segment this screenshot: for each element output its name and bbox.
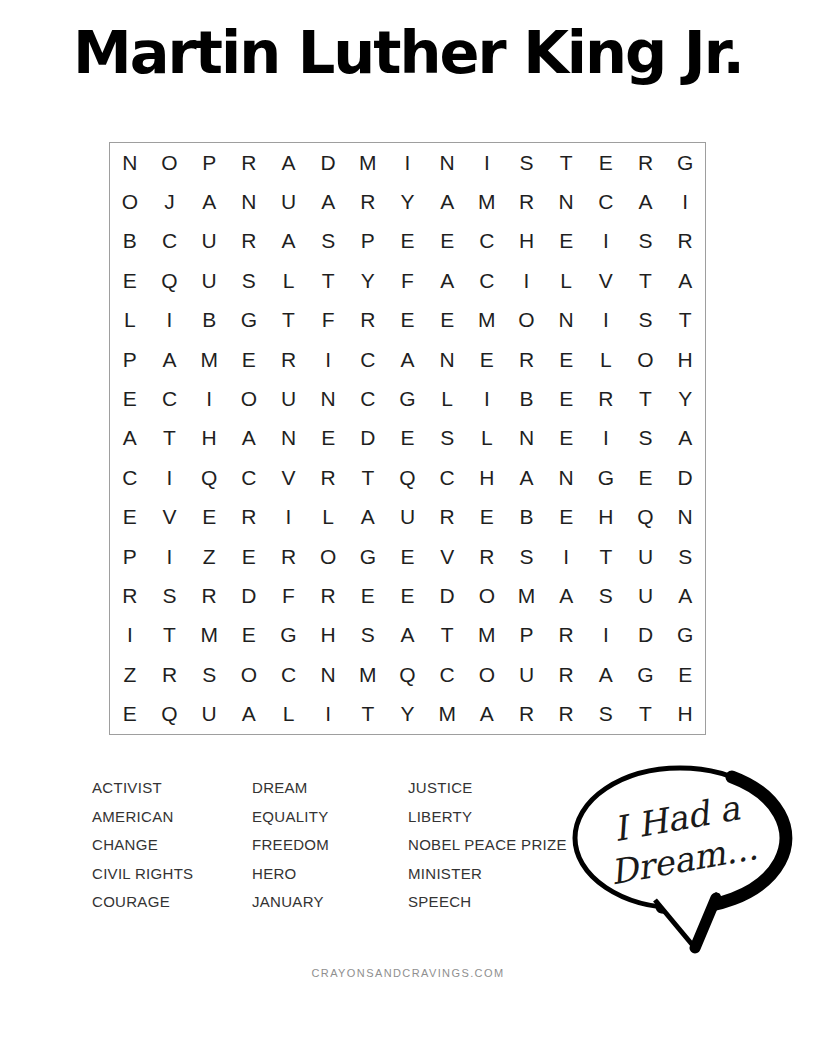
- grid-cell-r15c14[interactable]: T: [626, 695, 666, 734]
- grid-cell-r3c3[interactable]: U: [189, 222, 229, 261]
- grid-cell-r8c8[interactable]: E: [388, 419, 428, 458]
- grid-cell-r5c12[interactable]: N: [546, 301, 586, 340]
- grid-cell-r11c14[interactable]: U: [626, 537, 666, 576]
- grid-cell-r9c5[interactable]: V: [269, 458, 309, 497]
- grid-cell-r5c3[interactable]: B: [189, 301, 229, 340]
- grid-cell-r14c6[interactable]: N: [308, 655, 348, 694]
- grid-cell-r3c6[interactable]: S: [308, 222, 348, 261]
- grid-cell-r3c8[interactable]: E: [388, 222, 428, 261]
- grid-cell-r9c3[interactable]: Q: [189, 458, 229, 497]
- grid-cell-r12c1[interactable]: R: [110, 576, 150, 615]
- grid-cell-r13c15[interactable]: G: [665, 616, 705, 655]
- grid-cell-r6c3[interactable]: M: [189, 340, 229, 379]
- grid-cell-r13c8[interactable]: A: [388, 616, 428, 655]
- grid-cell-r5c8[interactable]: E: [388, 301, 428, 340]
- grid-cell-r6c9[interactable]: N: [427, 340, 467, 379]
- grid-cell-r4c1[interactable]: E: [110, 261, 150, 300]
- grid-cell-r13c14[interactable]: D: [626, 616, 666, 655]
- grid-cell-r10c9[interactable]: R: [427, 498, 467, 537]
- grid-cell-r13c4[interactable]: E: [229, 616, 269, 655]
- grid-cell-r3c11[interactable]: H: [507, 222, 547, 261]
- grid-cell-r7c12[interactable]: E: [546, 379, 586, 418]
- grid-cell-r15c10[interactable]: A: [467, 695, 507, 734]
- grid-cell-r15c11[interactable]: R: [507, 695, 547, 734]
- grid-cell-r14c5[interactable]: C: [269, 655, 309, 694]
- grid-cell-r7c2[interactable]: C: [150, 379, 190, 418]
- grid-cell-r11c1[interactable]: P: [110, 537, 150, 576]
- grid-cell-r8c10[interactable]: L: [467, 419, 507, 458]
- speech-bubble: I Had a Dream...: [552, 750, 816, 962]
- grid-cell-r3c4[interactable]: R: [229, 222, 269, 261]
- grid-cell-r6c7[interactable]: C: [348, 340, 388, 379]
- grid-cell-r7c7[interactable]: C: [348, 379, 388, 418]
- grid-cell-r1c1[interactable]: N: [110, 143, 150, 182]
- grid-cell-r4c6[interactable]: T: [308, 261, 348, 300]
- word-item: FREEDOM: [252, 836, 408, 865]
- grid-cell-r7c11[interactable]: B: [507, 379, 547, 418]
- word-item: JANUARY: [252, 893, 408, 922]
- grid-cell-r3c13[interactable]: I: [586, 222, 626, 261]
- grid-cell-r13c10[interactable]: M: [467, 616, 507, 655]
- grid-cell-r1c4[interactable]: R: [229, 143, 269, 182]
- grid-cell-r15c5[interactable]: L: [269, 695, 309, 734]
- grid-cell-r15c2[interactable]: Q: [150, 695, 190, 734]
- grid-cell-r10c8[interactable]: U: [388, 498, 428, 537]
- grid-cell-r15c9[interactable]: M: [427, 695, 467, 734]
- grid-cell-r1c13[interactable]: E: [586, 143, 626, 182]
- grid-cell-r12c11[interactable]: M: [507, 576, 547, 615]
- grid-cell-r4c5[interactable]: L: [269, 261, 309, 300]
- grid-cell-r7c1[interactable]: E: [110, 379, 150, 418]
- grid-cell-r4c13[interactable]: V: [586, 261, 626, 300]
- grid-cell-r6c8[interactable]: A: [388, 340, 428, 379]
- grid-cell-r1c15[interactable]: G: [665, 143, 705, 182]
- grid-cell-r14c10[interactable]: O: [467, 655, 507, 694]
- grid-cell-r1c2[interactable]: O: [150, 143, 190, 182]
- grid-cell-r11c12[interactable]: I: [546, 537, 586, 576]
- grid-cell-r12c6[interactable]: R: [308, 576, 348, 615]
- grid-cell-r14c11[interactable]: U: [507, 655, 547, 694]
- grid-cell-r8c9[interactable]: S: [427, 419, 467, 458]
- grid-cell-r8c11[interactable]: N: [507, 419, 547, 458]
- grid-cell-r12c10[interactable]: O: [467, 576, 507, 615]
- grid-cell-r7c14[interactable]: T: [626, 379, 666, 418]
- grid-cell-r6c15[interactable]: H: [665, 340, 705, 379]
- grid-cell-r14c12[interactable]: R: [546, 655, 586, 694]
- grid-cell-r2c8[interactable]: Y: [388, 182, 428, 221]
- grid-cell-r7c13[interactable]: R: [586, 379, 626, 418]
- grid-cell-r10c3[interactable]: E: [189, 498, 229, 537]
- grid-cell-r14c8[interactable]: Q: [388, 655, 428, 694]
- grid-cell-r15c3[interactable]: U: [189, 695, 229, 734]
- grid-cell-r14c3[interactable]: S: [189, 655, 229, 694]
- grid-cell-r1c11[interactable]: S: [507, 143, 547, 182]
- grid-cell-r2c11[interactable]: R: [507, 182, 547, 221]
- grid-cell-r9c14[interactable]: E: [626, 458, 666, 497]
- grid-cell-r11c6[interactable]: O: [308, 537, 348, 576]
- grid-cell-r2c2[interactable]: J: [150, 182, 190, 221]
- grid-cell-r14c7[interactable]: M: [348, 655, 388, 694]
- grid-cell-r2c10[interactable]: M: [467, 182, 507, 221]
- grid-cell-r4c15[interactable]: A: [665, 261, 705, 300]
- grid-cell-r1c8[interactable]: I: [388, 143, 428, 182]
- grid-cell-r15c13[interactable]: S: [586, 695, 626, 734]
- grid-cell-r13c13[interactable]: I: [586, 616, 626, 655]
- grid-cell-r5c14[interactable]: S: [626, 301, 666, 340]
- grid-cell-r2c7[interactable]: R: [348, 182, 388, 221]
- grid-cell-r3c9[interactable]: E: [427, 222, 467, 261]
- grid-cell-r1c3[interactable]: P: [189, 143, 229, 182]
- grid-cell-r5c4[interactable]: G: [229, 301, 269, 340]
- grid-cell-r6c2[interactable]: A: [150, 340, 190, 379]
- grid-cell-r7c5[interactable]: U: [269, 379, 309, 418]
- grid-cell-r7c3[interactable]: I: [189, 379, 229, 418]
- grid-cell-r1c14[interactable]: R: [626, 143, 666, 182]
- grid-cell-r13c12[interactable]: R: [546, 616, 586, 655]
- grid-cell-r8c1[interactable]: A: [110, 419, 150, 458]
- grid-cell-r2c15[interactable]: I: [665, 182, 705, 221]
- grid-cell-r11c8[interactable]: E: [388, 537, 428, 576]
- word-list-column-2: DREAMEQUALITYFREEDOMHEROJANUARY: [252, 779, 408, 922]
- grid-cell-r14c14[interactable]: G: [626, 655, 666, 694]
- grid-cell-r10c14[interactable]: Q: [626, 498, 666, 537]
- grid-cell-r10c4[interactable]: R: [229, 498, 269, 537]
- grid-cell-r14c9[interactable]: C: [427, 655, 467, 694]
- grid-cell-r12c15[interactable]: A: [665, 576, 705, 615]
- grid-cell-r11c9[interactable]: V: [427, 537, 467, 576]
- grid-cell-r13c9[interactable]: T: [427, 616, 467, 655]
- grid-cell-r9c9[interactable]: C: [427, 458, 467, 497]
- word-list-column-1: ACTIVISTAMERICANCHANGECIVIL RIGHTSCOURAG…: [92, 779, 252, 922]
- grid-cell-r10c11[interactable]: B: [507, 498, 547, 537]
- grid-cell-r2c5[interactable]: U: [269, 182, 309, 221]
- grid-cell-r4c8[interactable]: F: [388, 261, 428, 300]
- grid-cell-r3c1[interactable]: B: [110, 222, 150, 261]
- grid-cell-r11c7[interactable]: G: [348, 537, 388, 576]
- grid-cell-r11c15[interactable]: S: [665, 537, 705, 576]
- grid-cell-r12c8[interactable]: E: [388, 576, 428, 615]
- grid-cell-r3c12[interactable]: E: [546, 222, 586, 261]
- puzzle-title: Martin Luther King Jr.: [0, 18, 816, 87]
- grid-cell-r12c14[interactable]: U: [626, 576, 666, 615]
- grid-cell-r10c7[interactable]: A: [348, 498, 388, 537]
- grid-cell-r14c1[interactable]: Z: [110, 655, 150, 694]
- grid-cell-r8c7[interactable]: D: [348, 419, 388, 458]
- grid-cell-r6c5[interactable]: R: [269, 340, 309, 379]
- grid-cell-r6c12[interactable]: E: [546, 340, 586, 379]
- grid-cell-r3c2[interactable]: C: [150, 222, 190, 261]
- grid-cell-r8c5[interactable]: N: [269, 419, 309, 458]
- grid-cell-r11c4[interactable]: E: [229, 537, 269, 576]
- grid-cell-r15c6[interactable]: I: [308, 695, 348, 734]
- grid-cell-r7c15[interactable]: Y: [665, 379, 705, 418]
- word-item: CIVIL RIGHTS: [92, 865, 252, 894]
- grid-cell-r2c4[interactable]: N: [229, 182, 269, 221]
- grid-cell-r13c7[interactable]: S: [348, 616, 388, 655]
- word-item: COURAGE: [92, 893, 252, 922]
- grid-cell-r7c10[interactable]: I: [467, 379, 507, 418]
- grid-cell-r1c10[interactable]: I: [467, 143, 507, 182]
- grid-cell-r12c13[interactable]: S: [586, 576, 626, 615]
- grid-cell-r5c10[interactable]: M: [467, 301, 507, 340]
- grid-cell-r9c13[interactable]: G: [586, 458, 626, 497]
- word-item: HERO: [252, 865, 408, 894]
- grid-cell-r14c15[interactable]: E: [665, 655, 705, 694]
- grid-cell-r1c5[interactable]: A: [269, 143, 309, 182]
- grid-cell-r5c9[interactable]: E: [427, 301, 467, 340]
- grid-cell-r11c5[interactable]: R: [269, 537, 309, 576]
- grid-cell-r8c13[interactable]: I: [586, 419, 626, 458]
- grid-cell-r5c5[interactable]: T: [269, 301, 309, 340]
- grid-cell-r4c14[interactable]: T: [626, 261, 666, 300]
- grid-cell-r2c14[interactable]: A: [626, 182, 666, 221]
- grid-cell-r2c12[interactable]: N: [546, 182, 586, 221]
- grid-cell-r14c2[interactable]: R: [150, 655, 190, 694]
- grid-cell-r8c2[interactable]: T: [150, 419, 190, 458]
- grid-cell-r8c3[interactable]: H: [189, 419, 229, 458]
- grid-cell-r6c1[interactable]: P: [110, 340, 150, 379]
- grid-cell-r14c4[interactable]: O: [229, 655, 269, 694]
- grid-cell-r4c4[interactable]: S: [229, 261, 269, 300]
- grid-cell-r6c14[interactable]: O: [626, 340, 666, 379]
- grid-cell-r3c10[interactable]: C: [467, 222, 507, 261]
- grid-cell-r5c15[interactable]: T: [665, 301, 705, 340]
- grid-cell-r15c12[interactable]: R: [546, 695, 586, 734]
- grid-cell-r10c12[interactable]: E: [546, 498, 586, 537]
- grid-cell-r2c13[interactable]: C: [586, 182, 626, 221]
- grid-cell-r2c1[interactable]: O: [110, 182, 150, 221]
- grid-cell-r10c6[interactable]: L: [308, 498, 348, 537]
- grid-cell-r5c13[interactable]: I: [586, 301, 626, 340]
- grid-cell-r9c12[interactable]: N: [546, 458, 586, 497]
- grid-cell-r12c7[interactable]: E: [348, 576, 388, 615]
- grid-cell-r5c2[interactable]: I: [150, 301, 190, 340]
- grid-cell-r10c5[interactable]: I: [269, 498, 309, 537]
- grid-cell-r6c6[interactable]: I: [308, 340, 348, 379]
- grid-cell-r8c4[interactable]: A: [229, 419, 269, 458]
- grid-cell-r14c13[interactable]: A: [586, 655, 626, 694]
- grid-cell-r13c2[interactable]: T: [150, 616, 190, 655]
- word-item: DREAM: [252, 779, 408, 808]
- grid-cell-r1c12[interactable]: T: [546, 143, 586, 182]
- grid-cell-r8c6[interactable]: E: [308, 419, 348, 458]
- grid-cell-r5c1[interactable]: L: [110, 301, 150, 340]
- grid-cell-r13c11[interactable]: P: [507, 616, 547, 655]
- grid-cell-r9c10[interactable]: H: [467, 458, 507, 497]
- grid-cell-r4c11[interactable]: I: [507, 261, 547, 300]
- grid-cell-r4c3[interactable]: U: [189, 261, 229, 300]
- grid-cell-r5c6[interactable]: F: [308, 301, 348, 340]
- grid-cell-r9c2[interactable]: I: [150, 458, 190, 497]
- grid-cell-r12c4[interactable]: D: [229, 576, 269, 615]
- grid-cell-r8c15[interactable]: A: [665, 419, 705, 458]
- grid-cell-r13c6[interactable]: H: [308, 616, 348, 655]
- footer-credit: CRAYONSANDCRAVINGS.COM: [0, 967, 816, 979]
- grid-cell-r9c6[interactable]: R: [308, 458, 348, 497]
- word-search-grid: NOPRADMINISTERGOJANUARYAMRNCAIBCURASPEEC…: [109, 142, 706, 735]
- grid-cell-r12c2[interactable]: S: [150, 576, 190, 615]
- grid-cell-r2c9[interactable]: A: [427, 182, 467, 221]
- grid-cell-r5c7[interactable]: R: [348, 301, 388, 340]
- grid-cell-r9c15[interactable]: D: [665, 458, 705, 497]
- grid-cell-r1c7[interactable]: M: [348, 143, 388, 182]
- grid-cell-r4c12[interactable]: L: [546, 261, 586, 300]
- grid-cell-r2c6[interactable]: A: [308, 182, 348, 221]
- grid-cell-r7c9[interactable]: L: [427, 379, 467, 418]
- grid-cell-r6c13[interactable]: L: [586, 340, 626, 379]
- grid-cell-r10c10[interactable]: E: [467, 498, 507, 537]
- word-item: EQUALITY: [252, 808, 408, 837]
- grid-cell-r6c4[interactable]: E: [229, 340, 269, 379]
- grid-cell-r9c1[interactable]: C: [110, 458, 150, 497]
- grid-cell-r10c1[interactable]: E: [110, 498, 150, 537]
- grid-cell-r6c11[interactable]: R: [507, 340, 547, 379]
- grid-cell-r7c6[interactable]: N: [308, 379, 348, 418]
- grid-cell-r3c14[interactable]: S: [626, 222, 666, 261]
- grid-cell-r13c3[interactable]: M: [189, 616, 229, 655]
- grid-cell-r4c9[interactable]: A: [427, 261, 467, 300]
- grid-cell-r4c2[interactable]: Q: [150, 261, 190, 300]
- word-item: ACTIVIST: [92, 779, 252, 808]
- grid-cell-r9c4[interactable]: C: [229, 458, 269, 497]
- grid-cell-r8c12[interactable]: E: [546, 419, 586, 458]
- grid-cell-r13c1[interactable]: I: [110, 616, 150, 655]
- grid-cell-r15c7[interactable]: T: [348, 695, 388, 734]
- grid-cell-r1c6[interactable]: D: [308, 143, 348, 182]
- grid-cell-r1c9[interactable]: N: [427, 143, 467, 182]
- grid-cell-r15c8[interactable]: Y: [388, 695, 428, 734]
- grid-cell-r4c10[interactable]: C: [467, 261, 507, 300]
- grid-cell-r9c8[interactable]: Q: [388, 458, 428, 497]
- grid-cell-r11c10[interactable]: R: [467, 537, 507, 576]
- grid-cell-r13c5[interactable]: G: [269, 616, 309, 655]
- word-item: CHANGE: [92, 836, 252, 865]
- grid-cell-r8c14[interactable]: S: [626, 419, 666, 458]
- grid-cell-r10c13[interactable]: H: [586, 498, 626, 537]
- grid-cell-r15c15[interactable]: H: [665, 695, 705, 734]
- grid-cell-r5c11[interactable]: O: [507, 301, 547, 340]
- grid-cell-r6c10[interactable]: E: [467, 340, 507, 379]
- grid-cell-r11c13[interactable]: T: [586, 537, 626, 576]
- grid-cell-r10c15[interactable]: N: [665, 498, 705, 537]
- grid-cell-r7c8[interactable]: G: [388, 379, 428, 418]
- grid-cell-r12c5[interactable]: F: [269, 576, 309, 615]
- grid-cell-r11c2[interactable]: I: [150, 537, 190, 576]
- grid-cell-r7c4[interactable]: O: [229, 379, 269, 418]
- grid-cell-r3c5[interactable]: A: [269, 222, 309, 261]
- grid-cell-r9c11[interactable]: A: [507, 458, 547, 497]
- grid-cell-r15c4[interactable]: A: [229, 695, 269, 734]
- grid-cell-r3c15[interactable]: R: [665, 222, 705, 261]
- grid-cell-r11c3[interactable]: Z: [189, 537, 229, 576]
- grid-cell-r12c9[interactable]: D: [427, 576, 467, 615]
- grid-cell-r10c2[interactable]: V: [150, 498, 190, 537]
- grid-cell-r3c7[interactable]: P: [348, 222, 388, 261]
- grid-cell-r11c11[interactable]: S: [507, 537, 547, 576]
- grid-cell-r15c1[interactable]: E: [110, 695, 150, 734]
- grid-cell-r9c7[interactable]: T: [348, 458, 388, 497]
- grid-cell-r2c3[interactable]: A: [189, 182, 229, 221]
- word-item: AMERICAN: [92, 808, 252, 837]
- grid-cell-r4c7[interactable]: Y: [348, 261, 388, 300]
- grid-cell-r12c3[interactable]: R: [189, 576, 229, 615]
- grid-cell-r12c12[interactable]: A: [546, 576, 586, 615]
